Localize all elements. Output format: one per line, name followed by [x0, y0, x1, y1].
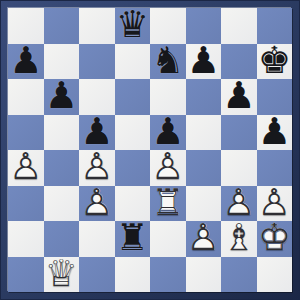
- piece-white-king-h2[interactable]: ♚♔: [257, 221, 293, 257]
- piece-black-pawn-g6[interactable]: ♟: [221, 79, 257, 115]
- black-pawn-icon: ♟: [44, 79, 80, 115]
- square-g5[interactable]: [221, 115, 257, 151]
- square-f7[interactable]: ♟: [186, 44, 222, 80]
- square-e2[interactable]: [150, 221, 186, 257]
- piece-black-king-h7[interactable]: ♚: [257, 44, 293, 80]
- square-f4[interactable]: [186, 150, 222, 186]
- black-king-icon: ♚: [257, 44, 293, 80]
- square-b5[interactable]: [44, 115, 80, 151]
- square-h1[interactable]: [257, 257, 293, 293]
- square-b1[interactable]: ♛♕: [44, 257, 80, 293]
- square-a7[interactable]: ♟: [8, 44, 44, 80]
- square-h2[interactable]: ♚♔: [257, 221, 293, 257]
- white-rook-outline-icon: ♖: [150, 186, 186, 222]
- square-f6[interactable]: [186, 79, 222, 115]
- square-f2[interactable]: ♟♙: [186, 221, 222, 257]
- square-g6[interactable]: ♟: [221, 79, 257, 115]
- square-e1[interactable]: [150, 257, 186, 293]
- black-pawn-icon: ♟: [257, 115, 293, 151]
- square-h5[interactable]: ♟: [257, 115, 293, 151]
- piece-white-bishop-g2[interactable]: ♝♗: [221, 221, 257, 257]
- chess-board: ♛♟♞♟♚♟♟♟♟♟♟♙♟♙♟♙♟♙♜♖♟♙♟♙♜♟♙♝♗♚♔♛♕: [8, 8, 292, 292]
- square-e7[interactable]: ♞: [150, 44, 186, 80]
- piece-white-rook-e3[interactable]: ♜♖: [150, 186, 186, 222]
- white-queen-outline-icon: ♕: [44, 257, 80, 293]
- square-b3[interactable]: [44, 186, 80, 222]
- white-pawn-outline-icon: ♙: [79, 186, 115, 222]
- white-bishop-outline-icon: ♗: [221, 221, 257, 257]
- square-c8[interactable]: [79, 8, 115, 44]
- piece-black-rook-d2[interactable]: ♜: [115, 221, 151, 257]
- square-c3[interactable]: ♟♙: [79, 186, 115, 222]
- white-pawn-outline-icon: ♙: [8, 150, 44, 186]
- square-b4[interactable]: [44, 150, 80, 186]
- square-d6[interactable]: [115, 79, 151, 115]
- square-b6[interactable]: ♟: [44, 79, 80, 115]
- square-c2[interactable]: [79, 221, 115, 257]
- square-f5[interactable]: [186, 115, 222, 151]
- piece-white-pawn-c3[interactable]: ♟♙: [79, 186, 115, 222]
- black-queen-icon: ♛: [115, 8, 151, 44]
- square-d8[interactable]: ♛: [115, 8, 151, 44]
- piece-black-pawn-f7[interactable]: ♟: [186, 44, 222, 80]
- square-d5[interactable]: [115, 115, 151, 151]
- white-pawn-outline-icon: ♙: [186, 221, 222, 257]
- square-f1[interactable]: [186, 257, 222, 293]
- square-a3[interactable]: [8, 186, 44, 222]
- piece-white-queen-b1[interactable]: ♛♕: [44, 257, 80, 293]
- black-pawn-icon: ♟: [186, 44, 222, 80]
- square-a2[interactable]: [8, 221, 44, 257]
- square-a1[interactable]: [8, 257, 44, 293]
- black-knight-icon: ♞: [150, 44, 186, 80]
- white-king-outline-icon: ♔: [257, 221, 293, 257]
- piece-black-queen-d8[interactable]: ♛: [115, 8, 151, 44]
- board-frame: ♛♟♞♟♚♟♟♟♟♟♟♙♟♙♟♙♟♙♜♖♟♙♟♙♜♟♙♝♗♚♔♛♕: [0, 0, 300, 300]
- black-rook-icon: ♜: [115, 221, 151, 257]
- square-g1[interactable]: [221, 257, 257, 293]
- square-c7[interactable]: [79, 44, 115, 80]
- square-d4[interactable]: [115, 150, 151, 186]
- piece-black-pawn-h5[interactable]: ♟: [257, 115, 293, 151]
- square-g2[interactable]: ♝♗: [221, 221, 257, 257]
- square-d2[interactable]: ♜: [115, 221, 151, 257]
- square-h7[interactable]: ♚: [257, 44, 293, 80]
- piece-black-pawn-a7[interactable]: ♟: [8, 44, 44, 80]
- square-d7[interactable]: [115, 44, 151, 80]
- black-pawn-icon: ♟: [221, 79, 257, 115]
- square-d1[interactable]: [115, 257, 151, 293]
- square-g8[interactable]: [221, 8, 257, 44]
- square-b8[interactable]: [44, 8, 80, 44]
- square-e3[interactable]: ♜♖: [150, 186, 186, 222]
- piece-black-pawn-b6[interactable]: ♟: [44, 79, 80, 115]
- square-c1[interactable]: [79, 257, 115, 293]
- square-a6[interactable]: [8, 79, 44, 115]
- black-pawn-icon: ♟: [8, 44, 44, 80]
- square-a4[interactable]: ♟♙: [8, 150, 44, 186]
- piece-white-pawn-a4[interactable]: ♟♙: [8, 150, 44, 186]
- piece-black-knight-e7[interactable]: ♞: [150, 44, 186, 80]
- piece-white-pawn-f2[interactable]: ♟♙: [186, 221, 222, 257]
